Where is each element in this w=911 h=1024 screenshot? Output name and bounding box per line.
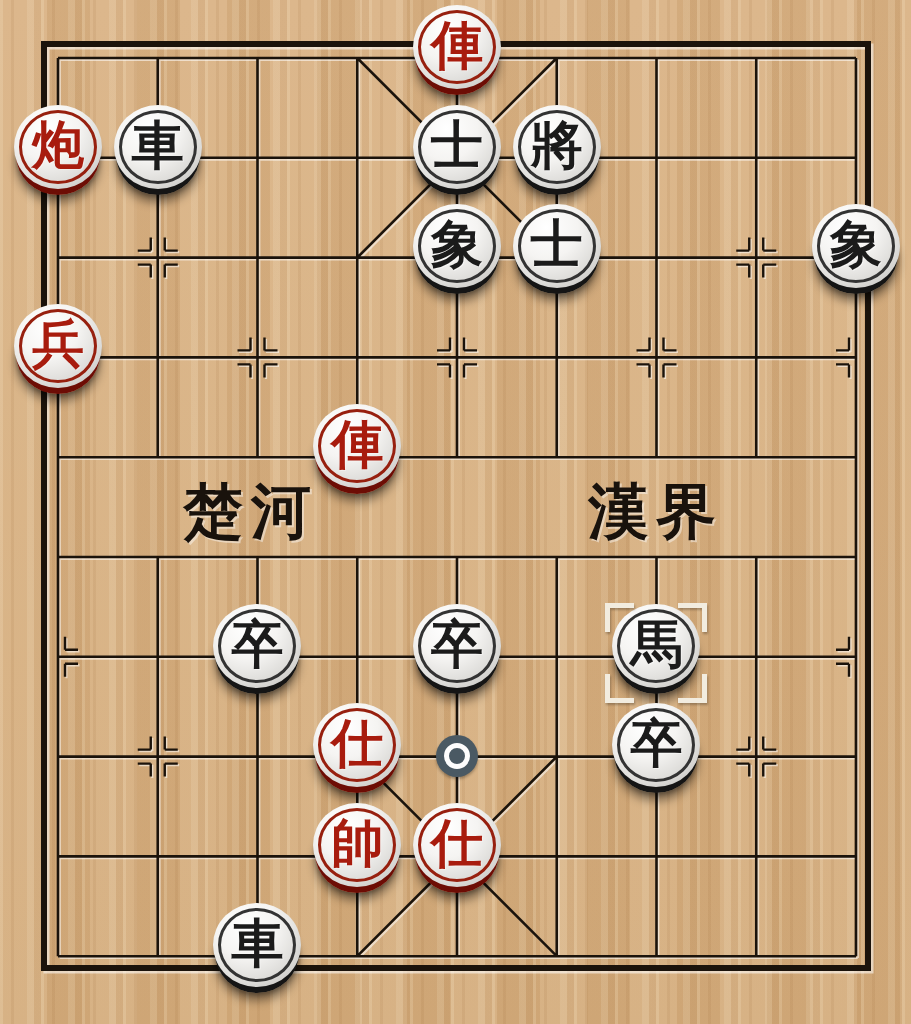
piece-character: 帥 bbox=[331, 818, 383, 872]
piece-character: 車 bbox=[132, 120, 184, 174]
piece-black-advisor[interactable]: 士 bbox=[413, 105, 501, 197]
piece-black-elephant[interactable]: 象 bbox=[413, 204, 501, 296]
board-intersection[interactable]: 士 bbox=[407, 108, 507, 208]
piece-face: 帥 bbox=[313, 803, 401, 887]
piece-face: 士 bbox=[413, 105, 501, 189]
piece-face: 仕 bbox=[313, 703, 401, 787]
piece-red-soldier[interactable]: 兵 bbox=[14, 304, 102, 396]
piece-black-soldier[interactable]: 卒 bbox=[612, 703, 700, 795]
board-intersection[interactable]: 仕 bbox=[407, 806, 507, 906]
board-intersection[interactable]: 仕 bbox=[307, 707, 407, 807]
piece-character: 俥 bbox=[431, 20, 483, 74]
piece-character: 仕 bbox=[431, 818, 483, 872]
piece-black-soldier[interactable]: 卒 bbox=[213, 604, 301, 696]
piece-face: 卒 bbox=[413, 604, 501, 688]
piece-character: 士 bbox=[531, 219, 583, 273]
piece-red-cannon[interactable]: 炮 bbox=[14, 105, 102, 197]
piece-red-advisor[interactable]: 仕 bbox=[413, 803, 501, 895]
board-intersection[interactable]: 兵 bbox=[8, 307, 108, 407]
piece-face: 俥 bbox=[313, 404, 401, 488]
piece-character: 仕 bbox=[331, 718, 383, 772]
move-target-dot[interactable] bbox=[436, 735, 478, 777]
piece-character: 炮 bbox=[32, 120, 84, 174]
piece-face: 兵 bbox=[14, 304, 102, 388]
board-intersection[interactable]: 卒 bbox=[407, 607, 507, 707]
piece-red-chariot[interactable]: 俥 bbox=[313, 404, 401, 496]
piece-black-chariot[interactable]: 車 bbox=[213, 903, 301, 995]
piece-face: 車 bbox=[213, 903, 301, 987]
piece-character: 象 bbox=[830, 219, 882, 273]
piece-face: 炮 bbox=[14, 105, 102, 189]
board-intersection[interactable]: 卒 bbox=[607, 707, 707, 807]
piece-character: 俥 bbox=[331, 419, 383, 473]
piece-character: 兵 bbox=[32, 319, 84, 373]
board-intersection[interactable]: 炮 bbox=[8, 108, 108, 208]
piece-face: 俥 bbox=[413, 5, 501, 89]
piece-face: 士 bbox=[513, 204, 601, 288]
board-intersection[interactable]: 帥 bbox=[307, 806, 407, 906]
xiangqi-board: 俥炮車士將象士象兵俥卒卒馬仕卒帥仕車 bbox=[8, 8, 906, 1006]
board-intersection[interactable]: 車 bbox=[208, 906, 308, 1006]
piece-character: 卒 bbox=[231, 619, 283, 673]
board-intersection[interactable]: 士 bbox=[507, 208, 607, 308]
move-target-intersection[interactable] bbox=[407, 707, 507, 807]
selection-brackets bbox=[605, 603, 707, 703]
piece-face: 卒 bbox=[612, 703, 700, 787]
board-intersection[interactable]: 象 bbox=[407, 208, 507, 308]
piece-face: 將 bbox=[513, 105, 601, 189]
board-intersection[interactable]: 象 bbox=[806, 208, 906, 308]
board-intersection[interactable]: 將 bbox=[507, 108, 607, 208]
piece-black-elephant[interactable]: 象 bbox=[812, 204, 900, 296]
piece-character: 士 bbox=[431, 120, 483, 174]
piece-character: 將 bbox=[531, 120, 583, 174]
board-intersection[interactable]: 馬 bbox=[607, 607, 707, 707]
piece-character: 卒 bbox=[630, 718, 682, 772]
piece-red-advisor[interactable]: 仕 bbox=[313, 703, 401, 795]
piece-face: 象 bbox=[413, 204, 501, 288]
piece-character: 卒 bbox=[431, 619, 483, 673]
piece-black-soldier[interactable]: 卒 bbox=[413, 604, 501, 696]
piece-black-advisor[interactable]: 士 bbox=[513, 204, 601, 296]
piece-face: 象 bbox=[812, 204, 900, 288]
piece-face: 仕 bbox=[413, 803, 501, 887]
piece-red-chariot[interactable]: 俥 bbox=[413, 5, 501, 97]
piece-character: 象 bbox=[431, 219, 483, 273]
piece-face: 車 bbox=[114, 105, 202, 189]
board-intersection[interactable]: 俥 bbox=[407, 8, 507, 108]
board-intersection[interactable]: 車 bbox=[108, 108, 208, 208]
piece-red-general[interactable]: 帥 bbox=[313, 803, 401, 895]
board-intersection[interactable]: 卒 bbox=[208, 607, 308, 707]
piece-black-general[interactable]: 將 bbox=[513, 105, 601, 197]
piece-character: 車 bbox=[231, 918, 283, 972]
board-intersection[interactable]: 俥 bbox=[307, 407, 407, 507]
piece-black-chariot[interactable]: 車 bbox=[114, 105, 202, 197]
piece-face: 卒 bbox=[213, 604, 301, 688]
